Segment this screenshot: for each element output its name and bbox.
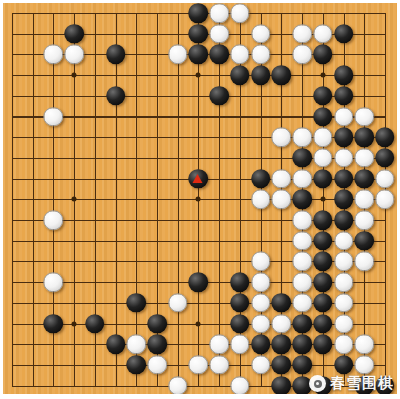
white-stone [44,45,64,65]
white-stone [251,355,271,375]
white-stone [354,107,374,127]
white-stone [292,169,312,189]
black-stone [189,24,209,44]
black-stone [230,272,250,292]
white-stone [251,293,271,313]
star-point [320,73,325,78]
black-stone [127,355,147,375]
star-point [72,197,77,202]
black-stone [209,86,229,106]
black-stone [292,314,312,334]
white-stone [272,127,292,147]
white-stone [354,355,374,375]
black-stone [375,148,395,168]
black-stone [375,127,395,147]
camera-icon [309,375,326,392]
black-stone [189,272,209,292]
white-stone [292,210,312,230]
black-stone [313,334,333,354]
white-stone [334,148,354,168]
white-stone [251,314,271,334]
white-stone [313,127,333,147]
black-stone [189,45,209,65]
black-stone [354,169,374,189]
white-stone [334,107,354,127]
white-stone [292,24,312,44]
white-stone [313,148,333,168]
white-stone [292,272,312,292]
white-stone [292,293,312,313]
white-stone [251,272,271,292]
white-stone [272,169,292,189]
black-stone [106,86,126,106]
white-stone [251,252,271,272]
white-stone [354,148,374,168]
white-stone [127,334,147,354]
white-stone [272,190,292,210]
black-stone [272,376,292,394]
white-stone [209,355,229,375]
white-stone [334,252,354,272]
black-stone [334,210,354,230]
black-stone [292,148,312,168]
black-stone [313,293,333,313]
last-move-marker [193,174,203,183]
white-stone [44,210,64,230]
black-stone [64,24,84,44]
black-stone [313,252,333,272]
white-stone [209,334,229,354]
white-stone [292,231,312,251]
black-stone [106,45,126,65]
white-stone [230,334,250,354]
black-stone [251,169,271,189]
black-stone [272,355,292,375]
star-point [320,197,325,202]
white-stone [375,169,395,189]
white-stone [44,107,64,127]
go-board[interactable] [3,3,397,394]
star-point [196,73,201,78]
white-stone [334,334,354,354]
watermark-logo: 春雪围棋 [309,374,394,393]
black-stone [354,231,374,251]
white-stone [230,376,250,394]
star-point [196,321,201,326]
white-stone [168,45,188,65]
black-stone [44,314,64,334]
white-stone [189,355,209,375]
black-stone [251,65,271,85]
white-stone [272,314,292,334]
black-stone [313,272,333,292]
black-stone [292,334,312,354]
white-stone [251,45,271,65]
black-stone [127,293,147,313]
star-point [196,197,201,202]
black-stone [272,334,292,354]
black-stone [313,231,333,251]
black-stone [272,293,292,313]
black-stone [106,334,126,354]
black-stone [292,190,312,210]
white-stone [230,45,250,65]
white-stone [313,24,333,44]
white-stone [292,127,312,147]
black-stone [334,86,354,106]
white-stone [209,24,229,44]
black-stone [334,169,354,189]
page: { "game": "go", "board": { "size": 19, "… [0,0,400,399]
black-stone [313,314,333,334]
white-stone [64,45,84,65]
black-stone [354,127,374,147]
white-stone [354,190,374,210]
white-stone [375,190,395,210]
white-stone [168,376,188,394]
black-stone [292,355,312,375]
white-stone [354,210,374,230]
watermark-text: 春雪围棋 [330,374,394,393]
black-stone [147,334,167,354]
white-stone [334,231,354,251]
star-point [72,321,77,326]
black-stone [334,355,354,375]
white-stone [354,252,374,272]
star-point [72,73,77,78]
black-stone [85,314,105,334]
black-stone [334,65,354,85]
black-stone [272,65,292,85]
black-stone [230,293,250,313]
black-stone [313,45,333,65]
black-stone [230,314,250,334]
white-stone [230,3,250,23]
white-stone [251,190,271,210]
black-stone [313,210,333,230]
white-stone [168,293,188,313]
black-stone [230,65,250,85]
black-stone [334,24,354,44]
white-stone [334,272,354,292]
white-stone [334,293,354,313]
white-stone [44,272,64,292]
black-stone [189,3,209,23]
white-stone [334,314,354,334]
black-stone [209,45,229,65]
black-stone [334,127,354,147]
white-stone [147,355,167,375]
black-stone [313,86,333,106]
black-stone [251,334,271,354]
black-stone [147,314,167,334]
white-stone [292,252,312,272]
black-stone [313,169,333,189]
white-stone [292,45,312,65]
white-stone [251,24,271,44]
white-stone [209,3,229,23]
black-stone [334,190,354,210]
black-stone [313,107,333,127]
white-stone [354,334,374,354]
